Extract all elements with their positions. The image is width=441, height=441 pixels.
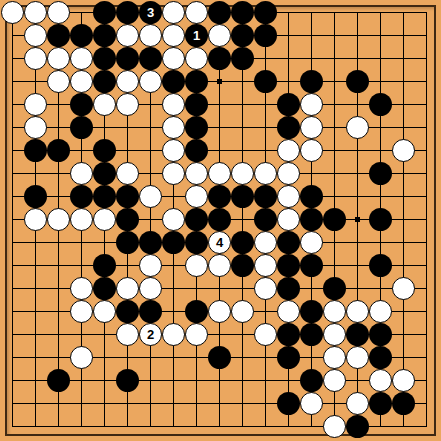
white-stone [185,185,208,208]
black-stone [185,70,208,93]
black-stone [369,346,392,369]
white-stone [254,162,277,185]
white-stone [208,162,231,185]
black-stone [116,300,139,323]
black-stone [277,323,300,346]
black-stone [116,185,139,208]
white-stone [24,1,47,24]
black-stone [93,254,116,277]
black-stone [70,24,93,47]
white-stone [300,93,323,116]
white-stone [162,24,185,47]
black-stone [346,70,369,93]
white-stone [369,300,392,323]
black-stone [277,346,300,369]
white-stone [300,392,323,415]
black-stone [116,369,139,392]
black-stone [369,392,392,415]
black-stone [277,277,300,300]
white-stone [323,323,346,346]
white-stone [392,369,415,392]
white-stone [231,162,254,185]
black-stone [323,208,346,231]
white-stone [116,323,139,346]
black-stone [231,47,254,70]
white-stone [185,47,208,70]
white-stone [346,116,369,139]
black-stone [369,323,392,346]
black-stone [300,254,323,277]
white-stone [70,208,93,231]
black-stone [47,139,70,162]
white-stone [24,47,47,70]
white-stone [24,116,47,139]
black-stone [116,47,139,70]
star-point-dot [217,79,222,84]
black-stone [139,300,162,323]
black-stone [93,47,116,70]
white-stone [277,139,300,162]
white-stone-move-number-2: 2 [139,323,162,346]
white-stone [47,208,70,231]
star-point-dot [355,217,360,222]
white-stone [162,93,185,116]
white-stone [24,93,47,116]
white-stone [300,139,323,162]
white-stone [47,1,70,24]
white-stone [185,323,208,346]
black-stone [254,70,277,93]
white-stone [116,162,139,185]
white-stone [277,208,300,231]
black-stone [116,231,139,254]
black-stone [70,93,93,116]
white-stone [346,346,369,369]
go-board: 3142 [0,0,441,441]
black-stone [208,346,231,369]
black-stone [185,116,208,139]
white-stone [208,254,231,277]
black-stone [93,277,116,300]
black-stone [231,185,254,208]
black-stone [277,231,300,254]
black-stone [277,116,300,139]
white-stone [116,93,139,116]
black-stone [93,24,116,47]
black-stone [300,300,323,323]
black-stone [185,231,208,254]
white-stone [346,300,369,323]
black-stone [93,162,116,185]
black-stone [93,1,116,24]
black-stone [346,415,369,438]
black-stone [93,139,116,162]
white-stone [24,24,47,47]
black-stone [231,24,254,47]
white-stone [47,47,70,70]
white-stone [93,93,116,116]
black-stone [300,208,323,231]
black-stone [300,323,323,346]
star-point [346,208,369,231]
white-stone [139,277,162,300]
black-stone [47,24,70,47]
black-stone [231,231,254,254]
black-stone [392,392,415,415]
black-stone [231,1,254,24]
black-stone [162,231,185,254]
white-stone [162,139,185,162]
black-stone [93,70,116,93]
white-stone [116,70,139,93]
black-stone [323,277,346,300]
white-stone [369,369,392,392]
black-stone [116,1,139,24]
white-stone [162,47,185,70]
black-stone [346,323,369,346]
black-stone [277,392,300,415]
black-stone [70,185,93,208]
white-stone [277,162,300,185]
white-stone [162,208,185,231]
black-stone [47,369,70,392]
black-stone [185,93,208,116]
white-stone [93,300,116,323]
black-stone [139,231,162,254]
white-stone-move-number-4: 4 [208,231,231,254]
white-stone [323,369,346,392]
black-stone-move-number-1: 1 [185,24,208,47]
white-stone [70,346,93,369]
white-stone [162,162,185,185]
black-stone [277,254,300,277]
black-stone [116,208,139,231]
black-stone [185,300,208,323]
white-stone [162,1,185,24]
white-stone [208,300,231,323]
white-stone [139,254,162,277]
white-stone [70,300,93,323]
white-stone [300,116,323,139]
white-stone [185,254,208,277]
white-stone [116,277,139,300]
white-stone [162,116,185,139]
white-stone [323,415,346,438]
white-stone [139,24,162,47]
black-stone [369,93,392,116]
black-stone [369,208,392,231]
white-stone [323,346,346,369]
white-stone [116,24,139,47]
black-stone [185,208,208,231]
white-stone [70,47,93,70]
black-stone [369,162,392,185]
black-stone [254,208,277,231]
white-stone [254,277,277,300]
black-stone [369,254,392,277]
black-stone [300,369,323,392]
white-stone [208,24,231,47]
white-stone [162,323,185,346]
black-stone [162,70,185,93]
white-stone [346,392,369,415]
white-stone [93,208,116,231]
white-stone [24,208,47,231]
black-stone [208,47,231,70]
stones-layer: 3142 [1,1,438,438]
white-stone [70,277,93,300]
black-stone [139,47,162,70]
black-stone [24,139,47,162]
white-stone [185,162,208,185]
white-stone [392,277,415,300]
white-stone [277,300,300,323]
white-stone [300,231,323,254]
black-stone [208,208,231,231]
black-stone [254,24,277,47]
black-stone [24,185,47,208]
white-stone [392,139,415,162]
white-stone [139,185,162,208]
black-stone [300,185,323,208]
white-stone [185,1,208,24]
black-stone [300,70,323,93]
black-stone [70,116,93,139]
white-stone [277,185,300,208]
black-stone [93,185,116,208]
white-stone [254,323,277,346]
black-stone [254,1,277,24]
white-stone [47,70,70,93]
black-stone [208,1,231,24]
black-stone-move-number-3: 3 [139,1,162,24]
white-stone [231,300,254,323]
black-stone [208,185,231,208]
white-stone [254,254,277,277]
white-stone [70,70,93,93]
black-stone [185,139,208,162]
white-stone [323,300,346,323]
black-stone [277,93,300,116]
white-stone [139,70,162,93]
black-stone [254,185,277,208]
star-point [208,70,231,93]
white-stone [254,231,277,254]
black-stone [231,254,254,277]
white-stone [70,162,93,185]
white-stone [1,1,24,24]
